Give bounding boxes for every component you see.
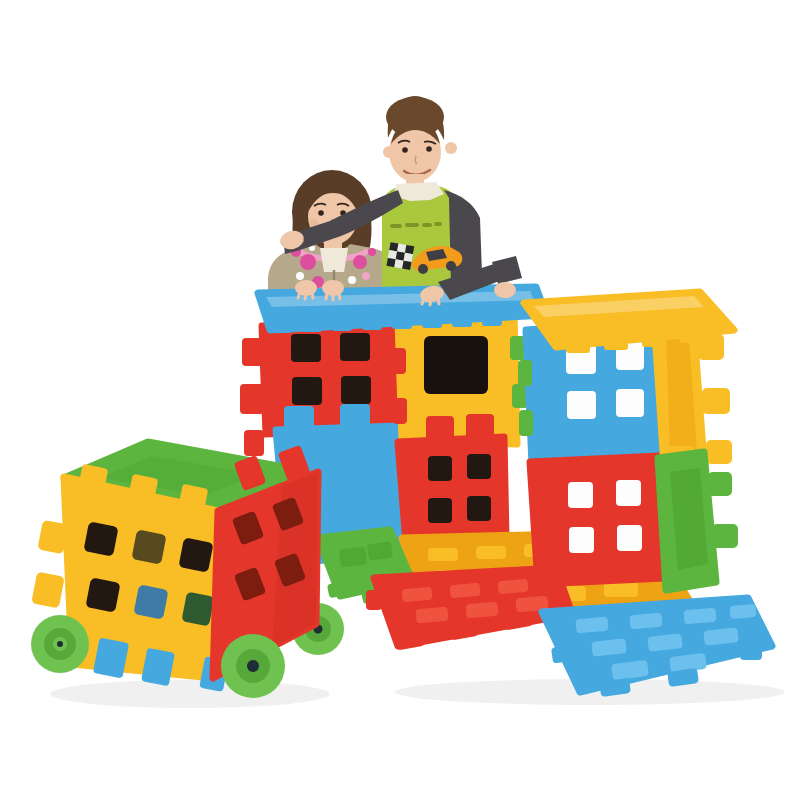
tower-red-wall — [530, 456, 664, 584]
product-photo — [0, 0, 800, 800]
yellow-left-tooth — [31, 572, 65, 609]
boy-ear-right — [445, 142, 457, 154]
green-edge-tab — [519, 410, 533, 436]
red-interlock-tab — [392, 348, 406, 374]
red-interlock-tab — [466, 414, 494, 442]
blue-tile-tooth — [551, 644, 577, 663]
green-edge-tab — [518, 360, 532, 386]
boy-eye-right — [426, 146, 432, 152]
blue-interlock-tab — [284, 406, 314, 436]
yellow-side-tooth — [706, 440, 732, 464]
red-tile-left-tab — [366, 590, 382, 610]
boy-hand-on-roof — [494, 282, 516, 298]
shadow-under-cart — [50, 680, 330, 708]
red-wall-lower-right — [398, 437, 506, 544]
green-tile-inset — [339, 546, 367, 567]
blue-tile-tooth — [740, 642, 762, 660]
right-tower — [518, 292, 738, 590]
blue-interlock-tab — [340, 404, 370, 434]
scene — [0, 0, 800, 800]
boy-eye-left — [402, 147, 408, 153]
car-wheel-front — [446, 261, 456, 271]
large-window-opening — [424, 336, 488, 394]
girl-eye-left — [318, 210, 324, 216]
red-interlock-tab — [426, 416, 454, 444]
car-wheel-rear — [418, 264, 428, 274]
wheeled-cube-cart — [31, 442, 344, 698]
green-side-tooth — [712, 524, 738, 548]
red-interlock-tab — [393, 398, 407, 424]
green-tile-inset — [367, 541, 393, 560]
wheel-left-hub — [57, 641, 63, 647]
green-side-tooth — [708, 472, 732, 496]
girl-undershirt — [320, 248, 348, 272]
red-wall-upper-left — [262, 320, 404, 434]
yellow-side-tooth — [702, 388, 730, 414]
wheel-front-hub — [247, 660, 259, 672]
checkered-flag-graphic — [386, 242, 414, 270]
